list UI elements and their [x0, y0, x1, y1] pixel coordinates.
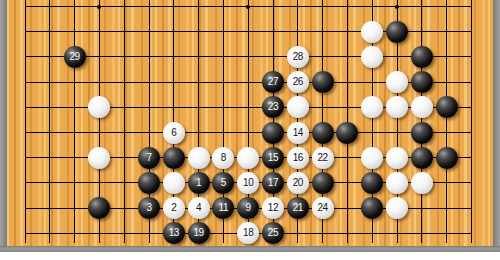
move-number-label: 19: [193, 228, 203, 238]
move-1-stone[interactable]: 1: [188, 172, 210, 194]
grid-line-vertical: [124, 0, 125, 243]
move-21-stone[interactable]: 21: [287, 197, 309, 219]
move-number-label: 23: [268, 102, 278, 112]
white-stone[interactable]: [237, 147, 259, 169]
move-number-label: 4: [196, 203, 201, 213]
move-number-label: 22: [317, 153, 327, 163]
move-22-stone[interactable]: 22: [312, 147, 334, 169]
move-number-label: 12: [268, 203, 278, 213]
move-28-stone[interactable]: 28: [287, 46, 309, 68]
grid-line-horizontal: [25, 132, 472, 133]
grid-line-vertical: [25, 0, 26, 243]
move-number-label: 5: [221, 178, 226, 188]
move-19-stone[interactable]: 19: [188, 222, 210, 244]
move-15-stone[interactable]: 15: [262, 147, 284, 169]
move-number-label: 27: [268, 77, 278, 87]
move-number-label: 7: [146, 153, 151, 163]
grid-line-horizontal: [25, 56, 472, 57]
move-number-label: 28: [293, 52, 303, 62]
kifu-viewer-window: 2928272623614781516221510172032411912212…: [0, 0, 500, 260]
move-number-label: 25: [268, 228, 278, 238]
black-stone[interactable]: [436, 147, 458, 169]
move-24-stone[interactable]: 24: [312, 197, 334, 219]
white-stone[interactable]: [386, 147, 408, 169]
move-10-stone[interactable]: 10: [237, 172, 259, 194]
move-13-stone[interactable]: 13: [163, 222, 185, 244]
black-stone[interactable]: [436, 96, 458, 118]
grid-line-vertical: [49, 0, 50, 243]
black-stone[interactable]: [138, 172, 160, 194]
white-stone[interactable]: [411, 172, 433, 194]
move-9-stone[interactable]: 9: [237, 197, 259, 219]
window-border-right: [493, 0, 500, 252]
white-stone[interactable]: [361, 147, 383, 169]
grid-line-vertical: [471, 0, 472, 243]
black-stone[interactable]: [361, 197, 383, 219]
white-stone[interactable]: [361, 96, 383, 118]
move-number-label: 20: [293, 178, 303, 188]
move-23-stone[interactable]: 23: [262, 96, 284, 118]
move-number-label: 8: [221, 153, 226, 163]
white-stone[interactable]: [411, 96, 433, 118]
move-6-stone[interactable]: 6: [163, 122, 185, 144]
move-20-stone[interactable]: 20: [287, 172, 309, 194]
move-number-label: 16: [293, 153, 303, 163]
white-stone[interactable]: [287, 96, 309, 118]
move-12-stone[interactable]: 12: [262, 197, 284, 219]
move-7-stone[interactable]: 7: [138, 147, 160, 169]
move-26-stone[interactable]: 26: [287, 71, 309, 93]
go-board[interactable]: 2928272623614781516221510172032411912212…: [7, 0, 493, 246]
black-stone[interactable]: [386, 21, 408, 43]
move-number-label: 14: [293, 128, 303, 138]
grid-line-vertical: [446, 0, 447, 243]
move-18-stone[interactable]: 18: [237, 222, 259, 244]
white-stone[interactable]: [386, 197, 408, 219]
move-number-label: 13: [169, 228, 179, 238]
move-5-stone[interactable]: 5: [212, 172, 234, 194]
black-stone[interactable]: [88, 197, 110, 219]
move-4-stone[interactable]: 4: [188, 197, 210, 219]
black-stone[interactable]: [361, 172, 383, 194]
move-number-label: 17: [268, 178, 278, 188]
move-14-stone[interactable]: 14: [287, 122, 309, 144]
white-stone[interactable]: [361, 21, 383, 43]
move-number-label: 26: [293, 77, 303, 87]
move-8-stone[interactable]: 8: [212, 147, 234, 169]
move-2-stone[interactable]: 2: [163, 197, 185, 219]
black-stone[interactable]: [312, 122, 334, 144]
black-stone[interactable]: [262, 122, 284, 144]
black-stone[interactable]: [312, 71, 334, 93]
move-number-label: 18: [243, 228, 253, 238]
black-stone[interactable]: [411, 46, 433, 68]
move-number-label: 29: [69, 52, 79, 62]
move-number-label: 6: [171, 128, 176, 138]
grid-line-vertical: [74, 0, 75, 243]
white-stone[interactable]: [386, 71, 408, 93]
star-point: [395, 5, 399, 9]
window-border-left: [0, 0, 7, 252]
move-29-stone[interactable]: 29: [64, 46, 86, 68]
move-number-label: 1: [196, 178, 201, 188]
move-3-stone[interactable]: 3: [138, 197, 160, 219]
black-stone[interactable]: [411, 122, 433, 144]
move-16-stone[interactable]: 16: [287, 147, 309, 169]
move-11-stone[interactable]: 11: [212, 197, 234, 219]
move-number-label: 2: [171, 203, 176, 213]
page-background: [0, 252, 500, 260]
move-number-label: 10: [243, 178, 253, 188]
white-stone[interactable]: [386, 96, 408, 118]
move-17-stone[interactable]: 17: [262, 172, 284, 194]
move-number-label: 21: [293, 203, 303, 213]
white-stone[interactable]: [163, 172, 185, 194]
black-stone[interactable]: [336, 122, 358, 144]
white-stone[interactable]: [361, 46, 383, 68]
move-number-label: 15: [268, 153, 278, 163]
white-stone[interactable]: [88, 147, 110, 169]
star-point: [97, 5, 101, 9]
move-25-stone[interactable]: 25: [262, 222, 284, 244]
move-number-label: 3: [146, 203, 151, 213]
black-stone[interactable]: [312, 172, 334, 194]
white-stone[interactable]: [88, 96, 110, 118]
move-number-label: 9: [246, 203, 251, 213]
black-stone[interactable]: [411, 71, 433, 93]
black-stone[interactable]: [163, 147, 185, 169]
star-point: [246, 5, 250, 9]
move-number-label: 11: [219, 203, 229, 213]
black-stone[interactable]: [411, 147, 433, 169]
white-stone[interactable]: [188, 147, 210, 169]
white-stone[interactable]: [386, 172, 408, 194]
move-27-stone[interactable]: 27: [262, 71, 284, 93]
move-number-label: 24: [317, 203, 327, 213]
